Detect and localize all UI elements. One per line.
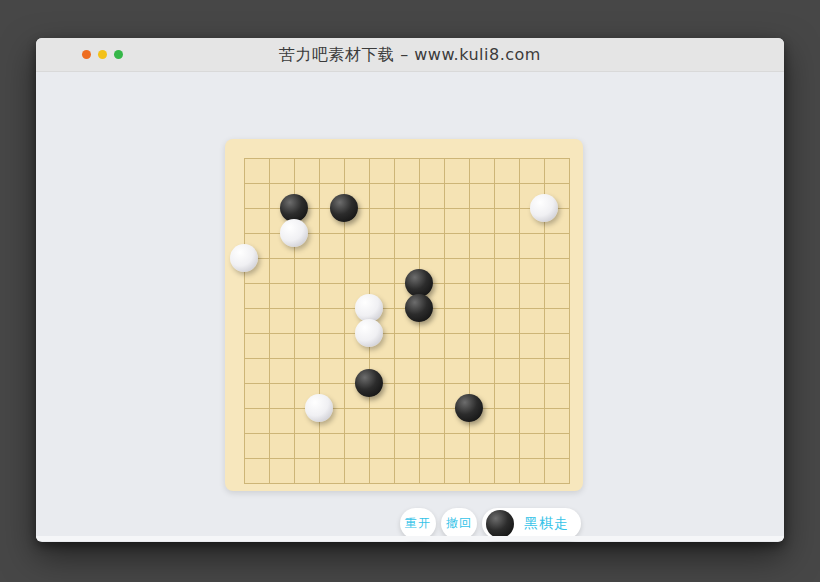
go-board <box>225 139 583 491</box>
stone-white <box>530 194 558 222</box>
controls-bar: 重开 撤回 黑棋走 <box>400 508 581 539</box>
turn-indicator: 黑棋走 <box>482 508 581 539</box>
stone-black <box>455 394 483 422</box>
restart-button-label: 重开 <box>405 515 431 532</box>
stone-white <box>355 294 383 322</box>
stone-white <box>230 244 258 272</box>
titlebar: 苦力吧素材下载 – www.kuli8.com <box>36 38 784 72</box>
stone-black <box>405 269 433 297</box>
window-footer-edge <box>36 536 784 541</box>
stone-black <box>330 194 358 222</box>
window-title: 苦力吧素材下载 – www.kuli8.com <box>36 38 784 72</box>
black-stone-icon <box>486 510 514 538</box>
stone-white <box>355 319 383 347</box>
stone-white <box>305 394 333 422</box>
stones-layer <box>225 139 583 491</box>
stone-black <box>355 369 383 397</box>
stone-black <box>405 294 433 322</box>
app-window: 苦力吧素材下载 – www.kuli8.com 重开 撤回 黑棋走 <box>36 38 784 542</box>
turn-indicator-label: 黑棋走 <box>524 515 569 533</box>
undo-button[interactable]: 撤回 <box>441 508 477 539</box>
desktop-background: { "game": "go (five-in-a-row style demo … <box>0 0 820 582</box>
stone-white <box>280 219 308 247</box>
undo-button-label: 撤回 <box>446 515 472 532</box>
stone-black <box>280 194 308 222</box>
restart-button[interactable]: 重开 <box>400 508 436 539</box>
window-body: 重开 撤回 黑棋走 <box>36 72 784 541</box>
